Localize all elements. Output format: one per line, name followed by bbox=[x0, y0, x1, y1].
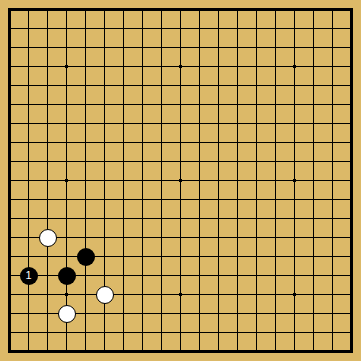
board-intersection[interactable] bbox=[190, 323, 209, 342]
board-intersection[interactable] bbox=[171, 0, 190, 19]
board-intersection[interactable] bbox=[95, 57, 114, 76]
board-intersection[interactable] bbox=[209, 133, 228, 152]
board-intersection[interactable] bbox=[209, 285, 228, 304]
board-intersection[interactable] bbox=[0, 76, 19, 95]
board-intersection[interactable] bbox=[228, 209, 247, 228]
board-intersection[interactable] bbox=[228, 152, 247, 171]
board-intersection[interactable] bbox=[133, 304, 152, 323]
board-intersection[interactable] bbox=[323, 133, 342, 152]
board-intersection[interactable] bbox=[228, 19, 247, 38]
board-intersection[interactable] bbox=[228, 304, 247, 323]
board-intersection[interactable] bbox=[19, 228, 38, 247]
board-intersection[interactable] bbox=[304, 323, 323, 342]
board-intersection[interactable] bbox=[190, 342, 209, 361]
board-intersection[interactable] bbox=[209, 342, 228, 361]
board-intersection[interactable] bbox=[228, 38, 247, 57]
board-intersection[interactable] bbox=[152, 285, 171, 304]
board-intersection[interactable] bbox=[114, 114, 133, 133]
board-intersection[interactable] bbox=[133, 19, 152, 38]
board-intersection[interactable] bbox=[19, 0, 38, 19]
board-intersection[interactable] bbox=[228, 114, 247, 133]
board-intersection[interactable] bbox=[38, 19, 57, 38]
board-intersection[interactable] bbox=[171, 323, 190, 342]
board-intersection[interactable] bbox=[133, 133, 152, 152]
board-intersection[interactable] bbox=[19, 171, 38, 190]
board-intersection[interactable] bbox=[266, 209, 285, 228]
board-intersection[interactable] bbox=[114, 57, 133, 76]
board-intersection[interactable] bbox=[228, 266, 247, 285]
board-intersection[interactable] bbox=[247, 285, 266, 304]
board-intersection[interactable] bbox=[114, 38, 133, 57]
board-intersection[interactable] bbox=[76, 323, 95, 342]
board-intersection[interactable] bbox=[19, 38, 38, 57]
board-intersection[interactable] bbox=[57, 0, 76, 19]
board-intersection[interactable] bbox=[114, 247, 133, 266]
board-intersection[interactable] bbox=[285, 57, 304, 76]
board-intersection[interactable] bbox=[323, 38, 342, 57]
board-intersection[interactable] bbox=[95, 171, 114, 190]
board-intersection[interactable] bbox=[190, 57, 209, 76]
board-intersection[interactable] bbox=[152, 266, 171, 285]
board-intersection[interactable] bbox=[76, 0, 95, 19]
board-intersection[interactable] bbox=[285, 0, 304, 19]
board-intersection[interactable] bbox=[95, 304, 114, 323]
board-intersection[interactable] bbox=[152, 76, 171, 95]
board-intersection[interactable] bbox=[152, 0, 171, 19]
board-intersection[interactable] bbox=[323, 95, 342, 114]
board-intersection[interactable] bbox=[38, 38, 57, 57]
board-intersection[interactable] bbox=[247, 247, 266, 266]
board-intersection[interactable] bbox=[342, 323, 361, 342]
board-intersection[interactable] bbox=[57, 285, 76, 304]
board-intersection[interactable] bbox=[152, 19, 171, 38]
board-intersection[interactable] bbox=[0, 247, 19, 266]
board-intersection[interactable] bbox=[247, 209, 266, 228]
board-intersection[interactable] bbox=[95, 95, 114, 114]
board-intersection[interactable] bbox=[323, 247, 342, 266]
board-intersection[interactable] bbox=[285, 228, 304, 247]
board-intersection[interactable] bbox=[0, 57, 19, 76]
board-intersection[interactable] bbox=[133, 76, 152, 95]
board-intersection[interactable] bbox=[95, 247, 114, 266]
board-intersection[interactable] bbox=[19, 190, 38, 209]
board-intersection[interactable] bbox=[190, 266, 209, 285]
board-intersection[interactable] bbox=[114, 190, 133, 209]
board-intersection[interactable] bbox=[209, 57, 228, 76]
board-intersection[interactable] bbox=[342, 228, 361, 247]
board-intersection[interactable] bbox=[304, 38, 323, 57]
board-intersection[interactable] bbox=[304, 285, 323, 304]
board-intersection[interactable] bbox=[228, 95, 247, 114]
board-intersection[interactable] bbox=[38, 266, 57, 285]
board-intersection[interactable] bbox=[342, 190, 361, 209]
board-intersection[interactable] bbox=[76, 38, 95, 57]
board-intersection[interactable] bbox=[323, 342, 342, 361]
board-intersection[interactable] bbox=[285, 19, 304, 38]
board-intersection[interactable] bbox=[114, 209, 133, 228]
board-intersection[interactable] bbox=[190, 285, 209, 304]
board-intersection[interactable] bbox=[95, 342, 114, 361]
board-intersection[interactable] bbox=[57, 342, 76, 361]
board-intersection[interactable] bbox=[266, 19, 285, 38]
board-intersection[interactable] bbox=[76, 19, 95, 38]
board-intersection[interactable] bbox=[304, 76, 323, 95]
board-intersection[interactable] bbox=[304, 152, 323, 171]
board-intersection[interactable] bbox=[0, 285, 19, 304]
board-intersection[interactable] bbox=[190, 171, 209, 190]
board-intersection[interactable] bbox=[95, 114, 114, 133]
board-intersection[interactable] bbox=[342, 19, 361, 38]
board-intersection[interactable] bbox=[38, 342, 57, 361]
board-intersection[interactable] bbox=[95, 190, 114, 209]
board-intersection[interactable] bbox=[266, 323, 285, 342]
board-intersection[interactable] bbox=[152, 57, 171, 76]
board-intersection[interactable] bbox=[38, 304, 57, 323]
board-intersection[interactable] bbox=[342, 76, 361, 95]
board-intersection[interactable] bbox=[323, 323, 342, 342]
board-intersection[interactable] bbox=[171, 19, 190, 38]
board-intersection[interactable] bbox=[247, 0, 266, 19]
board-intersection[interactable] bbox=[266, 95, 285, 114]
board-intersection[interactable] bbox=[342, 57, 361, 76]
board-intersection[interactable] bbox=[171, 209, 190, 228]
board-intersection[interactable] bbox=[266, 266, 285, 285]
board-intersection[interactable] bbox=[0, 133, 19, 152]
board-intersection[interactable] bbox=[152, 228, 171, 247]
board-intersection[interactable] bbox=[0, 95, 19, 114]
board-intersection[interactable] bbox=[209, 247, 228, 266]
board-intersection[interactable] bbox=[133, 190, 152, 209]
board-intersection[interactable] bbox=[247, 57, 266, 76]
board-intersection[interactable] bbox=[76, 114, 95, 133]
board-intersection[interactable] bbox=[285, 133, 304, 152]
board-intersection[interactable] bbox=[133, 57, 152, 76]
board-intersection[interactable] bbox=[171, 228, 190, 247]
board-intersection[interactable] bbox=[114, 323, 133, 342]
board-intersection[interactable] bbox=[76, 171, 95, 190]
board-intersection[interactable] bbox=[304, 342, 323, 361]
board-intersection[interactable] bbox=[266, 247, 285, 266]
board-intersection[interactable] bbox=[285, 190, 304, 209]
board-intersection[interactable] bbox=[247, 152, 266, 171]
board-intersection[interactable] bbox=[266, 285, 285, 304]
board-intersection[interactable] bbox=[209, 114, 228, 133]
board-intersection[interactable] bbox=[114, 266, 133, 285]
board-intersection[interactable] bbox=[133, 114, 152, 133]
board-intersection[interactable] bbox=[38, 152, 57, 171]
board-intersection[interactable] bbox=[57, 114, 76, 133]
board-intersection[interactable] bbox=[171, 114, 190, 133]
board-intersection[interactable] bbox=[133, 95, 152, 114]
board-intersection[interactable] bbox=[152, 342, 171, 361]
board-intersection[interactable] bbox=[133, 342, 152, 361]
board-intersection[interactable] bbox=[285, 304, 304, 323]
board-intersection[interactable] bbox=[190, 209, 209, 228]
board-intersection[interactable] bbox=[266, 38, 285, 57]
board-intersection[interactable] bbox=[342, 133, 361, 152]
board-intersection[interactable] bbox=[133, 285, 152, 304]
board-intersection[interactable] bbox=[95, 133, 114, 152]
board-intersection[interactable] bbox=[114, 152, 133, 171]
board-intersection[interactable] bbox=[285, 266, 304, 285]
board-intersection[interactable] bbox=[76, 304, 95, 323]
board-intersection[interactable] bbox=[95, 323, 114, 342]
board-intersection[interactable] bbox=[38, 133, 57, 152]
board-intersection[interactable] bbox=[57, 190, 76, 209]
board-intersection[interactable] bbox=[190, 228, 209, 247]
board-intersection[interactable] bbox=[152, 247, 171, 266]
board-intersection[interactable] bbox=[171, 152, 190, 171]
board-intersection[interactable] bbox=[0, 152, 19, 171]
board-intersection[interactable] bbox=[342, 304, 361, 323]
board-intersection[interactable] bbox=[57, 323, 76, 342]
board-intersection[interactable] bbox=[190, 0, 209, 19]
board-intersection[interactable] bbox=[285, 95, 304, 114]
board-intersection[interactable] bbox=[266, 228, 285, 247]
board-intersection[interactable] bbox=[285, 323, 304, 342]
board-intersection[interactable] bbox=[304, 266, 323, 285]
board-intersection[interactable] bbox=[323, 209, 342, 228]
board-intersection[interactable] bbox=[342, 171, 361, 190]
board-intersection[interactable] bbox=[76, 76, 95, 95]
board-intersection[interactable] bbox=[171, 95, 190, 114]
board-intersection[interactable] bbox=[171, 285, 190, 304]
board-intersection[interactable] bbox=[209, 209, 228, 228]
board-intersection[interactable] bbox=[304, 19, 323, 38]
board-intersection[interactable] bbox=[209, 95, 228, 114]
board-intersection[interactable] bbox=[266, 152, 285, 171]
board-intersection[interactable] bbox=[0, 266, 19, 285]
board-intersection[interactable] bbox=[171, 190, 190, 209]
board-intersection[interactable] bbox=[285, 114, 304, 133]
board-intersection[interactable] bbox=[95, 228, 114, 247]
board-intersection[interactable] bbox=[57, 304, 76, 323]
board-intersection[interactable] bbox=[266, 114, 285, 133]
board-intersection[interactable] bbox=[209, 0, 228, 19]
board-intersection[interactable] bbox=[57, 38, 76, 57]
board-intersection[interactable] bbox=[228, 76, 247, 95]
board-intersection[interactable] bbox=[190, 114, 209, 133]
board-intersection[interactable] bbox=[38, 0, 57, 19]
board-intersection[interactable] bbox=[38, 323, 57, 342]
board-intersection[interactable] bbox=[342, 114, 361, 133]
board-intersection[interactable] bbox=[190, 152, 209, 171]
board-intersection[interactable] bbox=[171, 266, 190, 285]
board-intersection[interactable] bbox=[228, 133, 247, 152]
board-intersection[interactable] bbox=[114, 171, 133, 190]
board-intersection[interactable] bbox=[171, 171, 190, 190]
board-intersection[interactable] bbox=[228, 57, 247, 76]
board-intersection[interactable] bbox=[209, 190, 228, 209]
board-intersection[interactable] bbox=[0, 304, 19, 323]
board-intersection[interactable] bbox=[228, 190, 247, 209]
board-intersection[interactable] bbox=[228, 285, 247, 304]
board-intersection[interactable] bbox=[38, 209, 57, 228]
board-intersection[interactable] bbox=[76, 209, 95, 228]
board-intersection[interactable] bbox=[76, 228, 95, 247]
board-intersection[interactable] bbox=[342, 95, 361, 114]
board-intersection[interactable] bbox=[285, 152, 304, 171]
board-intersection[interactable] bbox=[323, 266, 342, 285]
board-intersection[interactable] bbox=[19, 95, 38, 114]
board-intersection[interactable] bbox=[57, 95, 76, 114]
board-intersection[interactable] bbox=[304, 95, 323, 114]
board-intersection[interactable] bbox=[152, 304, 171, 323]
board-intersection[interactable] bbox=[57, 152, 76, 171]
board-intersection[interactable] bbox=[171, 247, 190, 266]
board-intersection[interactable] bbox=[304, 228, 323, 247]
board-intersection[interactable] bbox=[19, 57, 38, 76]
board-intersection[interactable] bbox=[0, 209, 19, 228]
board-intersection[interactable] bbox=[152, 152, 171, 171]
board-intersection[interactable] bbox=[247, 342, 266, 361]
board-intersection[interactable] bbox=[323, 152, 342, 171]
board-intersection[interactable] bbox=[304, 247, 323, 266]
board-intersection[interactable] bbox=[247, 133, 266, 152]
board-intersection[interactable] bbox=[19, 152, 38, 171]
board-intersection[interactable] bbox=[114, 133, 133, 152]
board-intersection[interactable] bbox=[19, 114, 38, 133]
board-intersection[interactable] bbox=[323, 228, 342, 247]
board-intersection[interactable] bbox=[266, 342, 285, 361]
board-intersection[interactable] bbox=[304, 190, 323, 209]
board-intersection[interactable] bbox=[0, 19, 19, 38]
board-intersection[interactable] bbox=[76, 266, 95, 285]
board-intersection[interactable] bbox=[228, 0, 247, 19]
board-intersection[interactable] bbox=[247, 304, 266, 323]
board-intersection[interactable] bbox=[38, 95, 57, 114]
board-intersection[interactable] bbox=[285, 171, 304, 190]
board-intersection[interactable] bbox=[19, 285, 38, 304]
board-intersection[interactable] bbox=[323, 190, 342, 209]
board-intersection[interactable] bbox=[57, 57, 76, 76]
board-intersection[interactable] bbox=[38, 190, 57, 209]
board-intersection[interactable] bbox=[0, 190, 19, 209]
board-intersection[interactable] bbox=[266, 190, 285, 209]
board-intersection[interactable] bbox=[323, 57, 342, 76]
board-intersection[interactable] bbox=[342, 342, 361, 361]
board-intersection[interactable] bbox=[95, 76, 114, 95]
board-intersection[interactable] bbox=[19, 19, 38, 38]
board-intersection[interactable] bbox=[38, 171, 57, 190]
board-intersection[interactable] bbox=[19, 247, 38, 266]
board-intersection[interactable] bbox=[266, 171, 285, 190]
board-intersection[interactable] bbox=[38, 228, 57, 247]
board-intersection[interactable] bbox=[133, 171, 152, 190]
board-intersection[interactable] bbox=[190, 304, 209, 323]
board-intersection[interactable] bbox=[247, 114, 266, 133]
board-intersection[interactable] bbox=[57, 209, 76, 228]
board-intersection[interactable] bbox=[0, 323, 19, 342]
board-intersection[interactable] bbox=[190, 76, 209, 95]
board-intersection[interactable] bbox=[342, 209, 361, 228]
board-intersection[interactable] bbox=[247, 228, 266, 247]
board-intersection[interactable] bbox=[209, 304, 228, 323]
board-intersection[interactable] bbox=[171, 342, 190, 361]
board-intersection[interactable] bbox=[285, 285, 304, 304]
board-intersection[interactable] bbox=[38, 285, 57, 304]
board-intersection[interactable] bbox=[228, 171, 247, 190]
board-intersection[interactable] bbox=[247, 38, 266, 57]
board-intersection[interactable] bbox=[19, 133, 38, 152]
board-intersection[interactable] bbox=[133, 323, 152, 342]
board-intersection[interactable] bbox=[19, 209, 38, 228]
board-intersection[interactable] bbox=[190, 133, 209, 152]
board-intersection[interactable] bbox=[209, 266, 228, 285]
board-intersection[interactable] bbox=[38, 247, 57, 266]
board-intersection[interactable] bbox=[19, 323, 38, 342]
board-intersection[interactable] bbox=[76, 247, 95, 266]
board-intersection[interactable] bbox=[285, 247, 304, 266]
board-intersection[interactable] bbox=[304, 304, 323, 323]
board-intersection[interactable] bbox=[323, 0, 342, 19]
board-intersection[interactable] bbox=[190, 247, 209, 266]
board-intersection[interactable] bbox=[0, 114, 19, 133]
board-intersection[interactable] bbox=[304, 114, 323, 133]
board-intersection[interactable] bbox=[57, 19, 76, 38]
board-intersection[interactable] bbox=[0, 228, 19, 247]
board-intersection[interactable] bbox=[171, 76, 190, 95]
board-intersection[interactable] bbox=[247, 266, 266, 285]
board-intersection[interactable] bbox=[152, 171, 171, 190]
board-intersection[interactable] bbox=[133, 247, 152, 266]
board-intersection[interactable] bbox=[133, 228, 152, 247]
board-intersection[interactable] bbox=[133, 266, 152, 285]
board-intersection[interactable] bbox=[190, 38, 209, 57]
board-intersection[interactable] bbox=[209, 19, 228, 38]
board-intersection[interactable] bbox=[152, 95, 171, 114]
board-intersection[interactable] bbox=[209, 38, 228, 57]
board-intersection[interactable] bbox=[266, 0, 285, 19]
board-intersection[interactable] bbox=[133, 0, 152, 19]
board-intersection[interactable] bbox=[171, 133, 190, 152]
board-intersection[interactable] bbox=[76, 57, 95, 76]
board-intersection[interactable] bbox=[38, 57, 57, 76]
board-intersection[interactable] bbox=[285, 76, 304, 95]
board-intersection[interactable] bbox=[19, 342, 38, 361]
board-intersection[interactable] bbox=[114, 342, 133, 361]
board-intersection[interactable] bbox=[152, 114, 171, 133]
board-intersection[interactable] bbox=[247, 19, 266, 38]
board-intersection[interactable] bbox=[323, 171, 342, 190]
board-intersection[interactable] bbox=[152, 209, 171, 228]
board-intersection[interactable] bbox=[266, 57, 285, 76]
board-intersection[interactable] bbox=[57, 76, 76, 95]
board-intersection[interactable] bbox=[152, 190, 171, 209]
board-intersection[interactable] bbox=[76, 152, 95, 171]
board-intersection[interactable] bbox=[247, 190, 266, 209]
board-intersection[interactable] bbox=[304, 0, 323, 19]
board-intersection[interactable] bbox=[323, 76, 342, 95]
board-intersection[interactable] bbox=[209, 323, 228, 342]
board-intersection[interactable] bbox=[114, 304, 133, 323]
board-intersection[interactable] bbox=[285, 38, 304, 57]
board-intersection[interactable] bbox=[171, 304, 190, 323]
board-intersection[interactable] bbox=[0, 342, 19, 361]
board-intersection[interactable] bbox=[152, 133, 171, 152]
board-intersection[interactable] bbox=[304, 209, 323, 228]
board-intersection[interactable] bbox=[114, 0, 133, 19]
board-intersection[interactable] bbox=[266, 76, 285, 95]
board-intersection[interactable] bbox=[342, 0, 361, 19]
board-intersection[interactable] bbox=[57, 247, 76, 266]
board-intersection[interactable] bbox=[228, 228, 247, 247]
board-intersection[interactable] bbox=[228, 342, 247, 361]
board-intersection[interactable] bbox=[304, 133, 323, 152]
board-intersection[interactable] bbox=[209, 228, 228, 247]
board-intersection[interactable] bbox=[95, 266, 114, 285]
board-intersection[interactable] bbox=[38, 114, 57, 133]
